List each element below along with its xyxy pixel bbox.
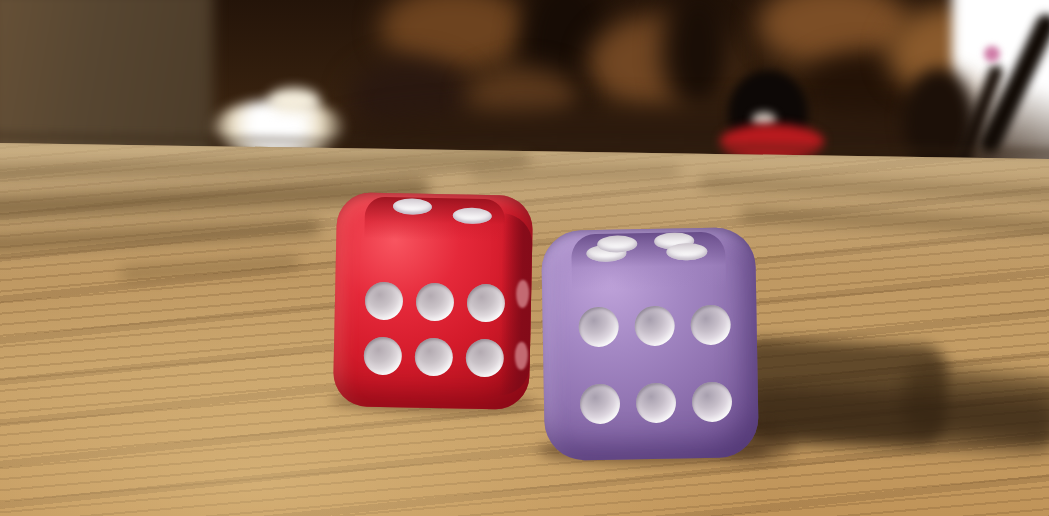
die-top-pip (597, 235, 637, 253)
die-pip (414, 337, 453, 376)
die-top-pip (393, 198, 433, 215)
die-pip (636, 383, 677, 424)
die-pip (465, 338, 504, 377)
blurred-pink-speck (984, 46, 1000, 62)
die-front-face (570, 285, 741, 443)
die-top-face (571, 232, 726, 291)
blurred-white-object (268, 88, 320, 114)
photo-scene (0, 0, 1049, 516)
die-pip (580, 384, 621, 425)
purple-die (541, 227, 759, 461)
die-top-pip (667, 243, 707, 261)
die-pip (690, 304, 731, 345)
die-pip (416, 282, 455, 321)
die-top-pip (453, 207, 493, 224)
die-pip (364, 336, 403, 375)
side-face-pip (516, 280, 530, 308)
die-front-face (357, 272, 511, 385)
die-pip (634, 305, 675, 346)
die-top-face (364, 197, 505, 242)
sofa-tuft-shadow (662, 0, 734, 114)
die-pip (365, 281, 404, 320)
die-right-side-face (499, 213, 533, 396)
red-die (333, 192, 533, 410)
side-face-pip (515, 342, 529, 370)
die-pip (466, 283, 505, 322)
die-pip (578, 306, 619, 347)
die-pip (692, 382, 733, 423)
